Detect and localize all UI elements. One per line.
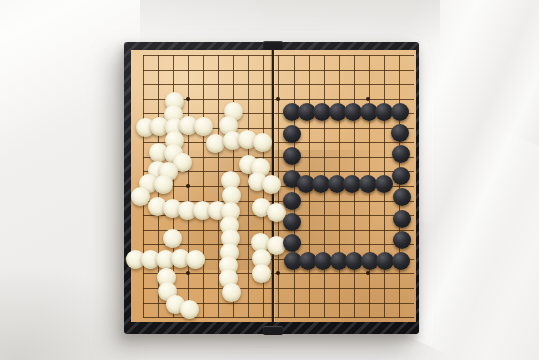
white-stone[interactable] (163, 229, 182, 248)
star-point (366, 97, 370, 101)
star-point (276, 271, 280, 275)
black-stone[interactable] (283, 125, 301, 143)
white-stone[interactable] (262, 175, 281, 194)
white-stone[interactable] (154, 175, 173, 194)
white-stone[interactable] (194, 117, 213, 136)
black-stone[interactable] (392, 252, 410, 270)
black-stone[interactable] (392, 167, 410, 185)
stones-layer (0, 0, 539, 360)
white-stone[interactable] (253, 133, 272, 152)
star-point (186, 184, 190, 188)
black-stone[interactable] (393, 188, 411, 206)
black-stone[interactable] (391, 124, 409, 142)
black-stone[interactable] (393, 210, 411, 228)
black-stone[interactable] (283, 192, 301, 210)
black-stone[interactable] (392, 145, 410, 163)
white-stone[interactable] (131, 187, 150, 206)
white-stone[interactable] (186, 250, 205, 269)
black-stone[interactable] (283, 213, 301, 231)
star-point (366, 271, 370, 275)
white-stone[interactable] (206, 134, 225, 153)
black-stone[interactable] (283, 147, 301, 165)
star-point (186, 97, 190, 101)
white-stone[interactable] (180, 300, 199, 319)
star-point (276, 97, 280, 101)
black-stone[interactable] (391, 103, 409, 121)
star-point (186, 271, 190, 275)
black-stone[interactable] (393, 231, 411, 249)
photo-scene (0, 0, 539, 360)
black-stone[interactable] (283, 234, 301, 252)
black-stone[interactable] (375, 175, 393, 193)
white-stone[interactable] (222, 283, 241, 302)
white-stone[interactable] (252, 264, 271, 283)
